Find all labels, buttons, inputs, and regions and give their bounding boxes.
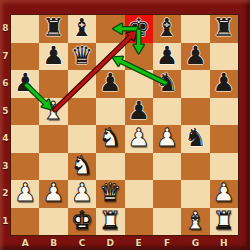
square-f8[interactable]: ♝ [153, 15, 181, 43]
square-d1[interactable]: ♜ [96, 208, 124, 236]
white-bishop[interactable]: ♝ [42, 98, 64, 123]
square-b4[interactable] [39, 125, 67, 153]
file-label-e: E [125, 236, 153, 250]
black-queen[interactable]: ♛ [71, 43, 93, 68]
black-king[interactable]: ♚ [127, 15, 149, 40]
square-c3[interactable]: ♞ [68, 153, 96, 181]
square-c5[interactable] [68, 98, 96, 126]
white-queen[interactable]: ♛ [99, 180, 121, 205]
rank-label-1: 1 [0, 216, 11, 226]
square-g3[interactable] [181, 153, 209, 181]
square-h6[interactable]: ♟ [210, 70, 238, 98]
file-label-d: D [96, 236, 124, 250]
black-pawn[interactable]: ♟ [156, 43, 178, 68]
square-c1[interactable]: ♚ [68, 208, 96, 236]
white-pawn[interactable]: ♟ [156, 125, 178, 150]
square-b7[interactable]: ♟ [39, 43, 67, 71]
square-a6[interactable]: ♟ [11, 70, 39, 98]
square-a7[interactable] [11, 43, 39, 71]
square-h3[interactable] [210, 153, 238, 181]
file-label-a: A [11, 236, 39, 250]
white-pawn[interactable]: ♟ [213, 180, 235, 205]
rank-label-3: 3 [0, 161, 11, 171]
square-e5[interactable]: ♟ [125, 98, 153, 126]
chess-board-frame: ♜♝♚♝♜♟♛♟♟♟♟♞♟♝♟♞♟♟♞♞♟♟♟♛♟♚♜♝♜ 87654321 A… [0, 0, 250, 250]
square-g1[interactable]: ♝ [181, 208, 209, 236]
square-e1[interactable] [125, 208, 153, 236]
square-h1[interactable]: ♜ [210, 208, 238, 236]
black-pawn[interactable]: ♟ [213, 70, 235, 95]
square-a1[interactable] [11, 208, 39, 236]
white-rook[interactable]: ♜ [99, 208, 121, 233]
square-b8[interactable]: ♜ [39, 15, 67, 43]
file-label-f: F [153, 236, 181, 250]
square-e2[interactable] [125, 180, 153, 208]
square-d5[interactable] [96, 98, 124, 126]
square-c2[interactable]: ♟ [68, 180, 96, 208]
square-e6[interactable] [125, 70, 153, 98]
white-pawn[interactable]: ♟ [127, 125, 149, 150]
square-h2[interactable]: ♟ [210, 180, 238, 208]
black-pawn[interactable]: ♟ [184, 43, 206, 68]
black-pawn[interactable]: ♟ [127, 98, 149, 123]
black-knight[interactable]: ♞ [184, 125, 206, 150]
square-e4[interactable]: ♟ [125, 125, 153, 153]
square-h5[interactable] [210, 98, 238, 126]
white-king[interactable]: ♚ [71, 208, 93, 233]
square-f5[interactable] [153, 98, 181, 126]
square-h4[interactable] [210, 125, 238, 153]
black-pawn[interactable]: ♟ [99, 70, 121, 95]
square-c8[interactable]: ♝ [68, 15, 96, 43]
square-c6[interactable] [68, 70, 96, 98]
square-f6[interactable]: ♞ [153, 70, 181, 98]
rank-label-6: 6 [0, 78, 11, 88]
square-b5[interactable]: ♝ [39, 98, 67, 126]
square-a2[interactable]: ♟ [11, 180, 39, 208]
square-g5[interactable] [181, 98, 209, 126]
rank-label-8: 8 [0, 23, 11, 33]
square-a3[interactable] [11, 153, 39, 181]
square-f2[interactable] [153, 180, 181, 208]
square-b6[interactable] [39, 70, 67, 98]
rank-label-7: 7 [0, 51, 11, 61]
square-f1[interactable] [153, 208, 181, 236]
square-b1[interactable] [39, 208, 67, 236]
white-pawn[interactable]: ♟ [14, 180, 36, 205]
file-label-g: G [181, 236, 209, 250]
square-a8[interactable] [11, 15, 39, 43]
black-rook[interactable]: ♜ [213, 15, 235, 40]
square-d4[interactable]: ♞ [96, 125, 124, 153]
square-a4[interactable] [11, 125, 39, 153]
file-label-b: B [39, 236, 67, 250]
black-rook[interactable]: ♜ [42, 15, 64, 40]
square-f7[interactable]: ♟ [153, 43, 181, 71]
square-g4[interactable]: ♞ [181, 125, 209, 153]
square-a5[interactable] [11, 98, 39, 126]
square-h7[interactable] [210, 43, 238, 71]
file-label-h: H [210, 236, 238, 250]
rank-label-4: 4 [0, 133, 11, 143]
square-d6[interactable]: ♟ [96, 70, 124, 98]
square-b2[interactable]: ♟ [39, 180, 67, 208]
white-knight[interactable]: ♞ [71, 153, 93, 178]
white-knight[interactable]: ♞ [99, 125, 121, 150]
square-f3[interactable] [153, 153, 181, 181]
square-e7[interactable] [125, 43, 153, 71]
white-rook[interactable]: ♜ [213, 208, 235, 233]
square-e3[interactable] [125, 153, 153, 181]
board: ♜♝♚♝♜♟♛♟♟♟♟♞♟♝♟♞♟♟♞♞♟♟♟♛♟♚♜♝♜ [11, 15, 238, 235]
rank-label-2: 2 [0, 188, 11, 198]
black-bishop[interactable]: ♝ [71, 15, 93, 40]
black-bishop[interactable]: ♝ [156, 15, 178, 40]
square-f4[interactable]: ♟ [153, 125, 181, 153]
black-pawn[interactable]: ♟ [14, 70, 36, 95]
square-h8[interactable]: ♜ [210, 15, 238, 43]
square-e8[interactable]: ♚ [125, 15, 153, 43]
white-pawn[interactable]: ♟ [42, 180, 64, 205]
white-bishop[interactable]: ♝ [184, 208, 206, 233]
square-g2[interactable] [181, 180, 209, 208]
file-label-c: C [68, 236, 96, 250]
rank-label-5: 5 [0, 106, 11, 116]
square-g7[interactable]: ♟ [181, 43, 209, 71]
square-b3[interactable] [39, 153, 67, 181]
white-pawn[interactable]: ♟ [71, 180, 93, 205]
square-d2[interactable]: ♛ [96, 180, 124, 208]
square-g8[interactable] [181, 15, 209, 43]
square-c7[interactable]: ♛ [68, 43, 96, 71]
square-d8[interactable] [96, 15, 124, 43]
square-c4[interactable] [68, 125, 96, 153]
black-pawn[interactable]: ♟ [42, 43, 64, 68]
square-d3[interactable] [96, 153, 124, 181]
square-d7[interactable] [96, 43, 124, 71]
black-knight[interactable]: ♞ [156, 70, 178, 95]
square-g6[interactable] [181, 70, 209, 98]
